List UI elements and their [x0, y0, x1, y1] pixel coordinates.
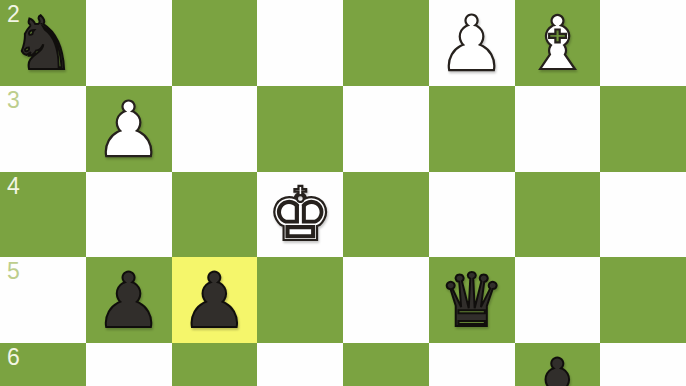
square-d3[interactable]	[343, 86, 429, 172]
rank-label-3: 3	[7, 89, 20, 112]
square-b2[interactable]: ♝	[515, 0, 601, 86]
square-b5[interactable]	[515, 257, 601, 343]
square-h3[interactable]: 3	[0, 86, 86, 172]
square-d6[interactable]	[343, 343, 429, 386]
black-pawn-b6[interactable]: ♟	[523, 349, 591, 386]
square-d5[interactable]	[343, 257, 429, 343]
square-a6[interactable]	[600, 343, 686, 386]
white-pawn-c2[interactable]: ♟	[438, 6, 506, 82]
square-c2[interactable]: ♟	[429, 0, 515, 86]
board-viewport: 2♞♟♝3♟4♚5♟♟♛6♟	[0, 0, 686, 386]
square-g6[interactable]	[86, 343, 172, 386]
square-g5[interactable]: ♟	[86, 257, 172, 343]
square-a4[interactable]	[600, 172, 686, 258]
rank-label-5: 5	[7, 260, 20, 283]
square-e5[interactable]	[257, 257, 343, 343]
square-h5[interactable]: 5	[0, 257, 86, 343]
square-c6[interactable]	[429, 343, 515, 386]
square-g3[interactable]: ♟	[86, 86, 172, 172]
white-king-e4[interactable]: ♚	[267, 178, 333, 252]
square-c5[interactable]: ♛	[429, 257, 515, 343]
black-pawn-f5[interactable]: ♟	[180, 263, 248, 339]
black-knight-h2[interactable]: ♞	[10, 7, 76, 81]
square-c3[interactable]	[429, 86, 515, 172]
square-g4[interactable]	[86, 172, 172, 258]
square-a3[interactable]	[600, 86, 686, 172]
square-e2[interactable]	[257, 0, 343, 86]
square-d4[interactable]	[343, 172, 429, 258]
square-a2[interactable]	[600, 0, 686, 86]
rank-label-6: 6	[7, 346, 20, 369]
chess-board: 2♞♟♝3♟4♚5♟♟♛6♟	[0, 0, 686, 386]
square-f6[interactable]	[172, 343, 258, 386]
white-pawn-g3[interactable]: ♟	[95, 92, 163, 168]
square-f4[interactable]	[172, 172, 258, 258]
square-e4[interactable]: ♚	[257, 172, 343, 258]
square-h4[interactable]: 4	[0, 172, 86, 258]
square-e3[interactable]	[257, 86, 343, 172]
square-h2[interactable]: 2♞	[0, 0, 86, 86]
square-b3[interactable]	[515, 86, 601, 172]
square-a5[interactable]	[600, 257, 686, 343]
square-d2[interactable]	[343, 0, 429, 86]
square-e6[interactable]	[257, 343, 343, 386]
square-f5[interactable]: ♟	[172, 257, 258, 343]
square-f2[interactable]	[172, 0, 258, 86]
black-pawn-g5[interactable]: ♟	[95, 263, 163, 339]
square-g2[interactable]	[86, 0, 172, 86]
square-h6[interactable]: 6	[0, 343, 86, 386]
square-c4[interactable]	[429, 172, 515, 258]
black-queen-c5[interactable]: ♛	[438, 264, 504, 338]
white-bishop-b2[interactable]: ♝	[524, 7, 590, 81]
square-b4[interactable]	[515, 172, 601, 258]
square-f3[interactable]	[172, 86, 258, 172]
square-b6[interactable]: ♟	[515, 343, 601, 386]
rank-label-4: 4	[7, 175, 20, 198]
